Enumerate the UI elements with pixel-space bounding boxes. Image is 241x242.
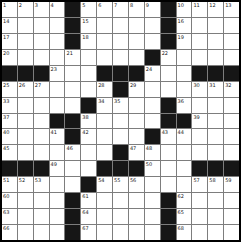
clue-number-60: 60	[3, 193, 9, 199]
white-cell-r7c9[interactable]	[129, 98, 144, 113]
clue-number-67: 67	[82, 225, 88, 231]
white-cell-r4c14[interactable]	[208, 50, 223, 65]
white-cell-r9c11[interactable]: 43	[161, 129, 176, 144]
white-cell-r12c15[interactable]: 59	[224, 177, 239, 192]
white-cell-r10c14[interactable]	[208, 145, 223, 160]
white-cell-r9c4[interactable]: 41	[50, 129, 65, 144]
white-cell-r7c13[interactable]	[192, 98, 207, 113]
white-cell-r13c14[interactable]	[208, 193, 223, 208]
black-cell-r11c1	[2, 161, 17, 176]
white-cell-r3c10[interactable]	[145, 34, 160, 49]
white-cell-r1c15[interactable]: 13	[224, 2, 239, 17]
white-cell-r10c6[interactable]	[81, 145, 96, 160]
white-cell-r10c5[interactable]: 46	[65, 145, 80, 160]
clue-number-18: 18	[82, 34, 88, 40]
clue-number-19: 19	[178, 34, 184, 40]
clue-number-42: 42	[82, 129, 88, 135]
black-cell-r5c15	[224, 66, 239, 81]
white-cell-r15c12[interactable]: 68	[177, 225, 192, 240]
white-cell-r1c10[interactable]: 9	[145, 2, 160, 17]
white-cell-r12c8[interactable]: 55	[113, 177, 128, 192]
white-cell-r6c14[interactable]: 31	[208, 82, 223, 97]
clue-number-49: 49	[51, 161, 57, 167]
white-cell-r15c9[interactable]	[129, 225, 144, 240]
black-cell-r11c14	[208, 161, 223, 176]
white-cell-r6c13[interactable]: 30	[192, 82, 207, 97]
black-cell-r10c8	[113, 145, 128, 160]
clue-number-6: 6	[98, 2, 101, 8]
clue-number-47: 47	[130, 145, 136, 151]
white-cell-r9c1[interactable]: 40	[2, 129, 17, 144]
white-cell-r10c11[interactable]	[161, 145, 176, 160]
white-cell-r3c3[interactable]	[34, 34, 49, 49]
white-cell-r10c15[interactable]	[224, 145, 239, 160]
black-cell-r9c10	[145, 129, 160, 144]
white-cell-r1c3[interactable]: 3	[34, 2, 49, 17]
white-cell-r4c15[interactable]	[224, 50, 239, 65]
black-cell-r6c8	[113, 82, 128, 97]
white-cell-r11c12[interactable]	[177, 161, 192, 176]
white-cell-r13c8[interactable]	[113, 193, 128, 208]
white-cell-r4c6[interactable]	[81, 50, 96, 65]
clue-number-8: 8	[130, 2, 133, 8]
white-cell-r9c12[interactable]: 44	[177, 129, 192, 144]
white-cell-r3c4[interactable]	[50, 34, 65, 49]
white-cell-r3c7[interactable]	[97, 34, 112, 49]
white-cell-r8c7[interactable]	[97, 114, 112, 129]
white-cell-r8c6[interactable]: 38	[81, 114, 96, 129]
clue-number-56: 56	[130, 177, 136, 183]
clue-number-33: 33	[3, 98, 9, 104]
black-cell-r12c6	[81, 177, 96, 192]
white-cell-r6c4[interactable]	[50, 82, 65, 97]
white-cell-r2c1[interactable]: 14	[2, 18, 17, 33]
white-cell-r10c3[interactable]	[34, 145, 49, 160]
white-cell-r7c8[interactable]: 35	[113, 98, 128, 113]
white-cell-r1c14[interactable]: 12	[208, 2, 223, 17]
white-cell-r13c10[interactable]	[145, 193, 160, 208]
white-cell-r11c10[interactable]: 50	[145, 161, 160, 176]
clue-number-7: 7	[114, 2, 117, 8]
white-cell-r15c15[interactable]	[224, 225, 239, 240]
white-cell-r15c14[interactable]	[208, 225, 223, 240]
white-cell-r1c6[interactable]: 5	[81, 2, 96, 17]
white-cell-r9c7[interactable]	[97, 129, 112, 144]
clue-number-24: 24	[146, 66, 152, 72]
black-cell-r11c9	[129, 161, 144, 176]
white-cell-r9c9[interactable]	[129, 129, 144, 144]
white-cell-r10c13[interactable]	[192, 145, 207, 160]
white-cell-r13c2[interactable]	[18, 193, 33, 208]
white-cell-r4c4[interactable]	[50, 50, 65, 65]
black-cell-r3c11	[161, 34, 176, 49]
white-cell-r2c7[interactable]	[97, 18, 112, 33]
black-cell-r2c5	[65, 18, 80, 33]
clue-number-28: 28	[98, 82, 104, 88]
white-cell-r13c6[interactable]: 61	[81, 193, 96, 208]
clue-number-59: 59	[225, 177, 231, 183]
black-cell-r13c11	[161, 193, 176, 208]
white-cell-r14c8[interactable]	[113, 209, 128, 224]
clue-number-30: 30	[193, 82, 199, 88]
white-cell-r13c3[interactable]	[34, 193, 49, 208]
black-cell-r15c5	[65, 225, 80, 240]
clue-number-62: 62	[178, 193, 184, 199]
white-cell-r1c12[interactable]: 10	[177, 2, 192, 17]
white-cell-r15c10[interactable]	[145, 225, 160, 240]
white-cell-r14c6[interactable]: 64	[81, 209, 96, 224]
clue-number-48: 48	[146, 145, 152, 151]
white-cell-r13c9[interactable]	[129, 193, 144, 208]
white-cell-r14c3[interactable]	[34, 209, 49, 224]
clue-number-22: 22	[162, 50, 168, 56]
clue-number-25: 25	[3, 82, 9, 88]
white-cell-r15c6[interactable]: 67	[81, 225, 96, 240]
white-cell-r7c15[interactable]	[224, 98, 239, 113]
black-cell-r11c15	[224, 161, 239, 176]
white-cell-r1c2[interactable]: 2	[18, 2, 33, 17]
white-cell-r8c2[interactable]	[18, 114, 33, 129]
white-cell-r8c15[interactable]	[224, 114, 239, 129]
white-cell-r8c1[interactable]: 37	[2, 114, 17, 129]
clue-number-21: 21	[66, 50, 72, 56]
clue-number-66: 66	[3, 225, 9, 231]
white-cell-r8c9[interactable]	[129, 114, 144, 129]
white-cell-r14c4[interactable]	[50, 209, 65, 224]
white-cell-r14c12[interactable]: 65	[177, 209, 192, 224]
white-cell-r10c9[interactable]: 47	[129, 145, 144, 160]
white-cell-r1c8[interactable]: 7	[113, 2, 128, 17]
clue-number-58: 58	[209, 177, 215, 183]
white-cell-r15c8[interactable]	[113, 225, 128, 240]
white-cell-r4c8[interactable]	[113, 50, 128, 65]
clue-number-68: 68	[178, 225, 184, 231]
black-cell-r5c14	[208, 66, 223, 81]
white-cell-r9c13[interactable]	[192, 129, 207, 144]
white-cell-r13c7[interactable]	[97, 193, 112, 208]
white-cell-r6c10[interactable]	[145, 82, 160, 97]
clue-number-23: 23	[51, 66, 57, 72]
black-cell-r9c5	[65, 129, 80, 144]
black-cell-r11c7	[97, 161, 112, 176]
white-cell-r10c4[interactable]	[50, 145, 65, 160]
clue-number-2: 2	[19, 2, 22, 8]
white-cell-r14c15[interactable]	[224, 209, 239, 224]
clue-number-52: 52	[19, 177, 25, 183]
white-cell-r9c2[interactable]	[18, 129, 33, 144]
clue-number-27: 27	[35, 82, 41, 88]
white-cell-r3c12[interactable]: 19	[177, 34, 192, 49]
white-cell-r12c2[interactable]: 52	[18, 177, 33, 192]
white-cell-r14c9[interactable]	[129, 209, 144, 224]
clue-number-45: 45	[3, 145, 9, 151]
white-cell-r11c6[interactable]	[81, 161, 96, 176]
white-cell-r9c6[interactable]: 42	[81, 129, 96, 144]
white-cell-r5c12[interactable]	[177, 66, 192, 81]
black-cell-r4c10	[145, 50, 160, 65]
black-cell-r5c7	[97, 66, 112, 81]
white-cell-r9c3[interactable]	[34, 129, 49, 144]
clue-number-55: 55	[114, 177, 120, 183]
clue-number-26: 26	[19, 82, 25, 88]
white-cell-r12c11[interactable]	[161, 177, 176, 192]
clue-number-63: 63	[3, 209, 9, 215]
white-cell-r14c7[interactable]	[97, 209, 112, 224]
white-cell-r14c10[interactable]	[145, 209, 160, 224]
white-cell-r15c7[interactable]	[97, 225, 112, 240]
white-cell-r2c6[interactable]: 15	[81, 18, 96, 33]
clue-number-29: 29	[130, 82, 136, 88]
white-cell-r15c3[interactable]	[34, 225, 49, 240]
white-cell-r1c4[interactable]: 4	[50, 2, 65, 17]
clue-number-34: 34	[98, 98, 104, 104]
black-cell-r5c2	[18, 66, 33, 81]
white-cell-r9c15[interactable]	[224, 129, 239, 144]
clue-number-4: 4	[51, 2, 54, 8]
clue-number-15: 15	[82, 18, 88, 24]
black-cell-r8c5	[65, 114, 80, 129]
white-cell-r12c10[interactable]	[145, 177, 160, 192]
white-cell-r5c6[interactable]	[81, 66, 96, 81]
white-cell-r11c11[interactable]	[161, 161, 176, 176]
white-cell-r7c4[interactable]	[50, 98, 65, 113]
black-cell-r5c8	[113, 66, 128, 81]
white-cell-r4c3[interactable]	[34, 50, 49, 65]
black-cell-r14c11	[161, 209, 176, 224]
clue-number-13: 13	[225, 2, 231, 8]
white-cell-r7c2[interactable]	[18, 98, 33, 113]
clue-number-41: 41	[51, 129, 57, 135]
white-cell-r2c10[interactable]	[145, 18, 160, 33]
clue-number-38: 38	[82, 114, 88, 120]
white-cell-r12c3[interactable]: 53	[34, 177, 49, 192]
clue-number-40: 40	[3, 129, 9, 135]
white-cell-r2c3[interactable]	[34, 18, 49, 33]
white-cell-r3c14[interactable]	[208, 34, 223, 49]
white-cell-r13c15[interactable]	[224, 193, 239, 208]
black-cell-r5c9	[129, 66, 144, 81]
clue-number-37: 37	[3, 114, 9, 120]
white-cell-r4c5[interactable]: 21	[65, 50, 80, 65]
white-cell-r2c13[interactable]	[192, 18, 207, 33]
white-cell-r4c11[interactable]: 22	[161, 50, 176, 65]
black-cell-r13c5	[65, 193, 80, 208]
white-cell-r15c1[interactable]: 66	[2, 225, 17, 240]
white-cell-r13c1[interactable]: 60	[2, 193, 17, 208]
clue-number-10: 10	[178, 2, 184, 8]
black-cell-r2c11	[161, 18, 176, 33]
white-cell-r8c14[interactable]	[208, 114, 223, 129]
clue-number-44: 44	[178, 129, 184, 135]
white-cell-r14c13[interactable]	[192, 209, 207, 224]
white-cell-r15c2[interactable]	[18, 225, 33, 240]
white-cell-r10c7[interactable]	[97, 145, 112, 160]
white-cell-r12c12[interactable]	[177, 177, 192, 192]
white-cell-r4c2[interactable]	[18, 50, 33, 65]
white-cell-r6c11[interactable]	[161, 82, 176, 97]
white-cell-r6c5[interactable]	[65, 82, 80, 97]
white-cell-r13c4[interactable]	[50, 193, 65, 208]
white-cell-r2c4[interactable]	[50, 18, 65, 33]
white-cell-r5c11[interactable]	[161, 66, 176, 81]
white-cell-r10c2[interactable]	[18, 145, 33, 160]
white-cell-r6c9[interactable]: 29	[129, 82, 144, 97]
white-cell-r14c2[interactable]	[18, 209, 33, 224]
white-cell-r6c2[interactable]: 26	[18, 82, 33, 97]
white-cell-r6c1[interactable]: 25	[2, 82, 17, 97]
white-cell-r3c15[interactable]	[224, 34, 239, 49]
white-cell-r4c12[interactable]	[177, 50, 192, 65]
white-cell-r10c12[interactable]	[177, 145, 192, 160]
white-cell-r7c5[interactable]	[65, 98, 80, 113]
white-cell-r6c6[interactable]	[81, 82, 96, 97]
white-cell-r3c6[interactable]: 18	[81, 34, 96, 49]
black-cell-r11c2	[18, 161, 33, 176]
clue-number-57: 57	[193, 177, 199, 183]
white-cell-r7c14[interactable]	[208, 98, 223, 113]
white-cell-r12c9[interactable]: 56	[129, 177, 144, 192]
clue-number-53: 53	[35, 177, 41, 183]
white-cell-r12c1[interactable]: 51	[2, 177, 17, 192]
white-cell-r7c1[interactable]: 33	[2, 98, 17, 113]
white-cell-r5c10[interactable]: 24	[145, 66, 160, 81]
white-cell-r1c1[interactable]: 1	[2, 2, 17, 17]
white-cell-r6c3[interactable]: 27	[34, 82, 49, 97]
white-cell-r3c13[interactable]	[192, 34, 207, 49]
clue-number-61: 61	[82, 193, 88, 199]
clue-number-46: 46	[66, 145, 72, 151]
white-cell-r4c1[interactable]: 20	[2, 50, 17, 65]
clue-number-36: 36	[178, 98, 184, 104]
clue-number-11: 11	[193, 2, 199, 8]
white-cell-r9c8[interactable]	[113, 129, 128, 144]
clue-number-32: 32	[225, 82, 231, 88]
white-cell-r7c3[interactable]	[34, 98, 49, 113]
white-cell-r8c3[interactable]	[34, 114, 49, 129]
white-cell-r4c9[interactable]	[129, 50, 144, 65]
black-cell-r5c1	[2, 66, 17, 81]
white-cell-r2c8[interactable]	[113, 18, 128, 33]
white-cell-r3c8[interactable]	[113, 34, 128, 49]
white-cell-r2c2[interactable]	[18, 18, 33, 33]
white-cell-r7c7[interactable]: 34	[97, 98, 112, 113]
black-cell-r8c12	[177, 114, 192, 129]
clue-number-39: 39	[193, 114, 199, 120]
white-cell-r15c13[interactable]	[192, 225, 207, 240]
white-cell-r6c7[interactable]: 28	[97, 82, 112, 97]
black-cell-r8c11	[161, 114, 176, 129]
clue-number-64: 64	[82, 209, 88, 215]
white-cell-r2c9[interactable]	[129, 18, 144, 33]
clue-number-14: 14	[3, 18, 9, 24]
clue-number-51: 51	[3, 177, 9, 183]
black-cell-r1c5	[65, 2, 80, 17]
clue-number-31: 31	[209, 82, 215, 88]
clue-number-50: 50	[146, 161, 152, 167]
clue-number-3: 3	[35, 2, 38, 8]
white-cell-r14c14[interactable]	[208, 209, 223, 224]
clue-number-65: 65	[178, 209, 184, 215]
white-cell-r7c10[interactable]	[145, 98, 160, 113]
black-cell-r5c13	[192, 66, 207, 81]
white-cell-r6c15[interactable]: 32	[224, 82, 239, 97]
white-cell-r7c12[interactable]: 36	[177, 98, 192, 113]
white-cell-r5c4[interactable]: 23	[50, 66, 65, 81]
white-cell-r10c10[interactable]: 48	[145, 145, 160, 160]
white-cell-r8c10[interactable]	[145, 114, 160, 129]
black-cell-r11c8	[113, 161, 128, 176]
white-cell-r14c1[interactable]: 63	[2, 209, 17, 224]
white-cell-r8c13[interactable]: 39	[192, 114, 207, 129]
black-cell-r14c5	[65, 209, 80, 224]
white-cell-r12c5[interactable]	[65, 177, 80, 192]
white-cell-r10c1[interactable]: 45	[2, 145, 17, 160]
clue-number-20: 20	[3, 50, 9, 56]
clue-number-5: 5	[82, 2, 85, 8]
white-cell-r1c7[interactable]: 6	[97, 2, 112, 17]
white-cell-r12c13[interactable]: 57	[192, 177, 207, 192]
white-cell-r15c4[interactable]	[50, 225, 65, 240]
white-cell-r12c4[interactable]	[50, 177, 65, 192]
white-cell-r3c2[interactable]	[18, 34, 33, 49]
white-cell-r2c12[interactable]: 16	[177, 18, 192, 33]
white-cell-r5c5[interactable]	[65, 66, 80, 81]
white-cell-r1c9[interactable]: 8	[129, 2, 144, 17]
clue-number-9: 9	[146, 2, 149, 8]
clue-number-1: 1	[3, 2, 6, 8]
black-cell-r3c5	[65, 34, 80, 49]
black-cell-r8c4	[50, 114, 65, 129]
black-cell-r1c11	[161, 2, 176, 17]
crossword-grid: 1234567891011121314151617181920212223242…	[0, 0, 241, 242]
white-cell-r4c7[interactable]	[97, 50, 112, 65]
white-cell-r12c14[interactable]: 58	[208, 177, 223, 192]
black-cell-r5c3	[34, 66, 49, 81]
clue-number-35: 35	[114, 98, 120, 104]
black-cell-r11c13	[192, 161, 207, 176]
black-cell-r7c6	[81, 98, 96, 113]
white-cell-r13c12[interactable]: 62	[177, 193, 192, 208]
white-cell-r2c15[interactable]	[224, 18, 239, 33]
black-cell-r11c3	[34, 161, 49, 176]
white-cell-r8c8[interactable]	[113, 114, 128, 129]
white-cell-r6c12[interactable]	[177, 82, 192, 97]
white-cell-r11c4[interactable]: 49	[50, 161, 65, 176]
black-cell-r7c11	[161, 98, 176, 113]
clue-number-54: 54	[98, 177, 104, 183]
clue-number-43: 43	[162, 129, 168, 135]
white-cell-r9c14[interactable]	[208, 129, 223, 144]
white-cell-r12c7[interactable]: 54	[97, 177, 112, 192]
white-cell-r3c1[interactable]: 17	[2, 34, 17, 49]
white-cell-r13c13[interactable]	[192, 193, 207, 208]
white-cell-r4c13[interactable]	[192, 50, 207, 65]
black-cell-r15c11	[161, 225, 176, 240]
white-cell-r3c9[interactable]	[129, 34, 144, 49]
white-cell-r11c5[interactable]	[65, 161, 80, 176]
white-cell-r2c14[interactable]	[208, 18, 223, 33]
clue-number-17: 17	[3, 34, 9, 40]
clue-number-12: 12	[209, 2, 215, 8]
white-cell-r1c13[interactable]: 11	[192, 2, 207, 17]
clue-number-16: 16	[178, 18, 184, 24]
